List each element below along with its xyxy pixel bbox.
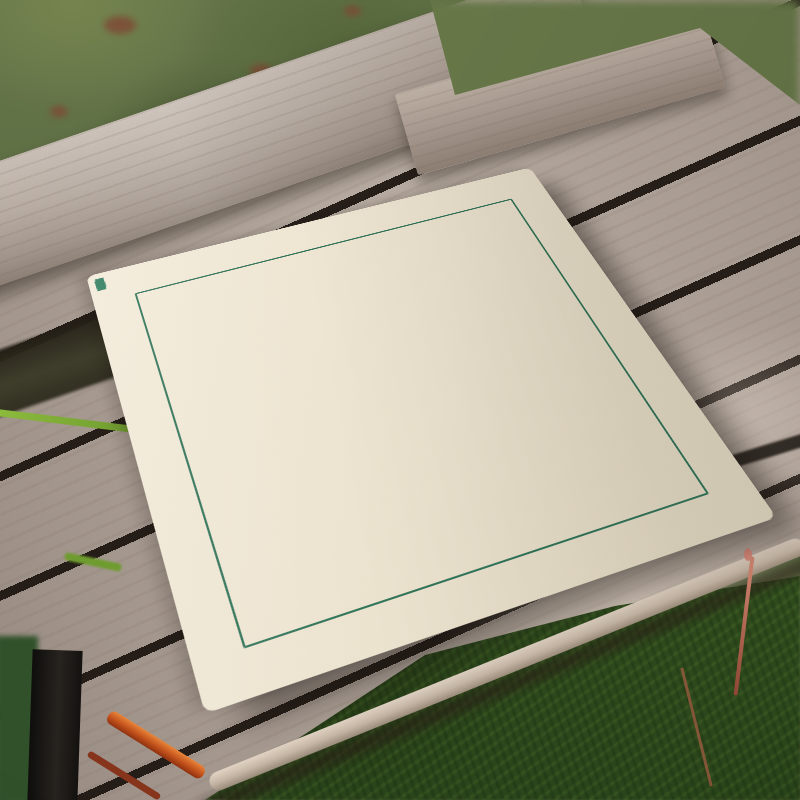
pieces-layer: ♜♞♝♛♚♝♞♜♟♟♟♟♟♟♟♟♟♟♟♟♟♟♟♟♜♞♝♛♚♝♞♜ [0, 0, 800, 800]
outdoor-chess-scene: abcdefgh8877665544332211abcdefgh ♜♞♝♛♚♝♞… [0, 0, 800, 800]
